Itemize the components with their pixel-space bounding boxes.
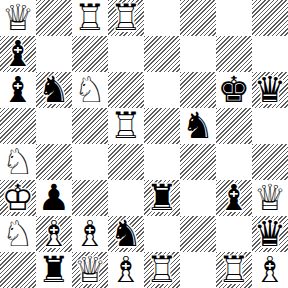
square-h7[interactable] [252, 36, 288, 72]
square-c6[interactable]: ♞♘ [72, 72, 108, 108]
square-g5[interactable] [216, 108, 252, 144]
white-bishop-icon: ♗ [38, 216, 70, 252]
square-a1[interactable] [0, 252, 36, 288]
square-c5[interactable] [72, 108, 108, 144]
square-e6[interactable] [144, 72, 180, 108]
white-bishop-piece[interactable]: ♝♗ [108, 252, 144, 288]
chess-board: ♛♕♜♖♜♖♝♝♝♝♞♞♞♘♚♚♛♛♜♖♞♞♞♘♚♔♟♟♜♜♝♝♛♕♞♘♝♗♝♗… [0, 0, 288, 288]
white-rook-icon: ♖ [74, 0, 106, 36]
white-knight-icon: ♘ [2, 144, 34, 180]
white-queen-piece[interactable]: ♛♕ [0, 0, 36, 36]
black-bishop-piece[interactable]: ♝♝ [0, 36, 36, 72]
black-queen-icon: ♛ [254, 72, 286, 108]
square-e2[interactable] [144, 216, 180, 252]
square-d8[interactable]: ♜♖ [108, 0, 144, 36]
black-knight-piece[interactable]: ♞♞ [180, 108, 216, 144]
square-g2[interactable] [216, 216, 252, 252]
square-e3[interactable]: ♜♜ [144, 180, 180, 216]
white-knight-icon: ♘ [74, 72, 106, 108]
white-queen-piece[interactable]: ♛♕ [252, 180, 288, 216]
square-a6[interactable]: ♝♝ [0, 72, 36, 108]
square-f6[interactable] [180, 72, 216, 108]
square-d4[interactable] [108, 144, 144, 180]
white-bishop-piece[interactable]: ♝♗ [72, 216, 108, 252]
white-rook-piece[interactable]: ♜♖ [108, 108, 144, 144]
square-h6[interactable]: ♛♛ [252, 72, 288, 108]
white-rook-piece[interactable]: ♜♖ [108, 0, 144, 36]
square-g8[interactable] [216, 0, 252, 36]
white-king-piece[interactable]: ♚♔ [0, 180, 36, 216]
square-b1[interactable]: ♜♜ [36, 252, 72, 288]
white-queen-icon: ♕ [74, 252, 106, 288]
square-f3[interactable] [180, 180, 216, 216]
square-c8[interactable]: ♜♖ [72, 0, 108, 36]
square-e4[interactable] [144, 144, 180, 180]
white-queen-icon: ♕ [2, 0, 34, 36]
black-knight-piece[interactable]: ♞♞ [108, 216, 144, 252]
black-knight-icon: ♞ [110, 216, 142, 252]
black-bishop-piece[interactable]: ♝♝ [216, 180, 252, 216]
black-knight-icon: ♞ [38, 72, 70, 108]
square-h1[interactable]: ♝♗ [252, 252, 288, 288]
square-f7[interactable] [180, 36, 216, 72]
square-e1[interactable]: ♜♖ [144, 252, 180, 288]
square-f5[interactable]: ♞♞ [180, 108, 216, 144]
square-e8[interactable] [144, 0, 180, 36]
black-rook-icon: ♜ [38, 252, 70, 288]
square-f4[interactable] [180, 144, 216, 180]
square-h5[interactable] [252, 108, 288, 144]
white-bishop-icon: ♗ [254, 252, 286, 288]
white-bishop-piece[interactable]: ♝♗ [36, 216, 72, 252]
square-c4[interactable] [72, 144, 108, 180]
white-queen-piece[interactable]: ♛♕ [72, 252, 108, 288]
black-rook-piece[interactable]: ♜♜ [36, 252, 72, 288]
square-c7[interactable] [72, 36, 108, 72]
square-d3[interactable] [108, 180, 144, 216]
square-d7[interactable] [108, 36, 144, 72]
black-queen-icon: ♛ [254, 216, 286, 252]
square-d2[interactable]: ♞♞ [108, 216, 144, 252]
white-rook-icon: ♖ [146, 252, 178, 288]
square-g7[interactable] [216, 36, 252, 72]
white-knight-icon: ♘ [2, 216, 34, 252]
white-rook-piece[interactable]: ♜♖ [216, 252, 252, 288]
black-rook-icon: ♜ [146, 180, 178, 216]
black-bishop-icon: ♝ [2, 72, 34, 108]
square-e7[interactable] [144, 36, 180, 72]
square-c1[interactable]: ♛♕ [72, 252, 108, 288]
square-d5[interactable]: ♜♖ [108, 108, 144, 144]
square-g3[interactable]: ♝♝ [216, 180, 252, 216]
white-king-icon: ♔ [2, 180, 34, 216]
black-king-icon: ♚ [218, 72, 250, 108]
square-b3[interactable]: ♟♟ [36, 180, 72, 216]
black-king-piece[interactable]: ♚♚ [216, 72, 252, 108]
white-knight-piece[interactable]: ♞♘ [72, 72, 108, 108]
black-bishop-icon: ♝ [218, 180, 250, 216]
square-d6[interactable] [108, 72, 144, 108]
square-b7[interactable] [36, 36, 72, 72]
square-a2[interactable]: ♞♘ [0, 216, 36, 252]
square-f8[interactable] [180, 0, 216, 36]
square-b4[interactable] [36, 144, 72, 180]
square-b6[interactable]: ♞♞ [36, 72, 72, 108]
white-rook-piece[interactable]: ♜♖ [144, 252, 180, 288]
white-rook-icon: ♖ [110, 0, 142, 36]
square-g1[interactable]: ♜♖ [216, 252, 252, 288]
square-f1[interactable] [180, 252, 216, 288]
square-a3[interactable]: ♚♔ [0, 180, 36, 216]
black-knight-piece[interactable]: ♞♞ [36, 72, 72, 108]
white-rook-icon: ♖ [110, 108, 142, 144]
square-h8[interactable] [252, 0, 288, 36]
square-a7[interactable]: ♝♝ [0, 36, 36, 72]
black-bishop-piece[interactable]: ♝♝ [0, 72, 36, 108]
square-a4[interactable]: ♞♘ [0, 144, 36, 180]
white-knight-piece[interactable]: ♞♘ [0, 144, 36, 180]
square-c3[interactable] [72, 180, 108, 216]
white-rook-piece[interactable]: ♜♖ [72, 0, 108, 36]
square-a5[interactable] [0, 108, 36, 144]
black-queen-piece[interactable]: ♛♛ [252, 216, 288, 252]
square-a8[interactable]: ♛♕ [0, 0, 36, 36]
square-h2[interactable]: ♛♛ [252, 216, 288, 252]
square-d1[interactable]: ♝♗ [108, 252, 144, 288]
square-b5[interactable] [36, 108, 72, 144]
black-rook-piece[interactable]: ♜♜ [144, 180, 180, 216]
white-knight-piece[interactable]: ♞♘ [0, 216, 36, 252]
square-b8[interactable] [36, 0, 72, 36]
square-e5[interactable] [144, 108, 180, 144]
black-pawn-icon: ♟ [38, 180, 70, 216]
black-knight-icon: ♞ [182, 108, 214, 144]
square-f2[interactable] [180, 216, 216, 252]
black-bishop-icon: ♝ [2, 36, 34, 72]
white-bishop-icon: ♗ [74, 216, 106, 252]
white-rook-icon: ♖ [218, 252, 250, 288]
white-queen-icon: ♕ [254, 180, 286, 216]
square-g6[interactable]: ♚♚ [216, 72, 252, 108]
white-bishop-piece[interactable]: ♝♗ [252, 252, 288, 288]
square-h4[interactable] [252, 144, 288, 180]
square-c2[interactable]: ♝♗ [72, 216, 108, 252]
square-b2[interactable]: ♝♗ [36, 216, 72, 252]
square-g4[interactable] [216, 144, 252, 180]
black-pawn-piece[interactable]: ♟♟ [36, 180, 72, 216]
black-queen-piece[interactable]: ♛♛ [252, 72, 288, 108]
square-h3[interactable]: ♛♕ [252, 180, 288, 216]
white-bishop-icon: ♗ [110, 252, 142, 288]
